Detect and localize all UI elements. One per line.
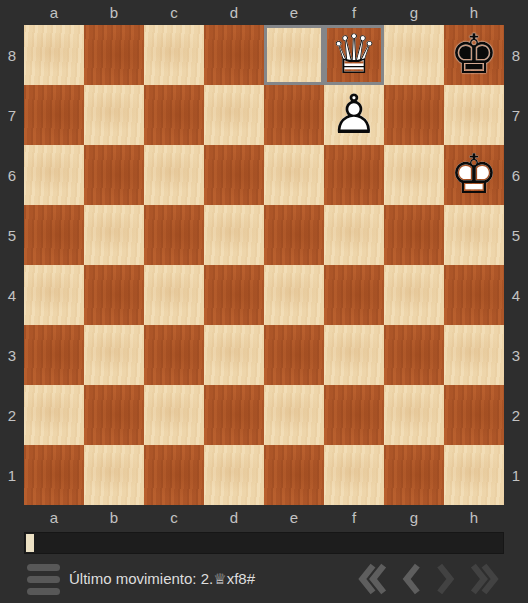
double-chevron-left-icon xyxy=(355,563,391,595)
rank-label-7: 7 xyxy=(504,85,528,145)
square-e2[interactable] xyxy=(264,385,324,445)
rank-label-3: 3 xyxy=(0,325,24,385)
corner-top-left xyxy=(0,0,24,25)
square-g4[interactable] xyxy=(384,265,444,325)
square-g6[interactable] xyxy=(384,145,444,205)
square-f4[interactable] xyxy=(324,265,384,325)
square-d4[interactable] xyxy=(204,265,264,325)
square-a8[interactable] xyxy=(24,25,84,85)
square-e5[interactable] xyxy=(264,205,324,265)
square-a5[interactable] xyxy=(24,205,84,265)
square-g1[interactable] xyxy=(384,445,444,505)
black-king[interactable]: ♚ xyxy=(444,25,504,85)
square-f3[interactable] xyxy=(324,325,384,385)
square-d1[interactable] xyxy=(204,445,264,505)
file-label-g: g xyxy=(384,505,444,530)
rank-label-5: 5 xyxy=(504,205,528,265)
white-pawn[interactable]: ♟♙ xyxy=(324,85,384,145)
square-f1[interactable] xyxy=(324,445,384,505)
file-label-c: c xyxy=(144,0,204,25)
chevron-right-icon xyxy=(433,563,457,595)
corner-bottom-right xyxy=(504,505,528,530)
nav-previous-button[interactable] xyxy=(400,562,424,596)
file-label-e: e xyxy=(264,0,324,25)
rank-label-1: 1 xyxy=(0,445,24,505)
corner-top-right xyxy=(504,0,528,25)
file-label-c: c xyxy=(144,505,204,530)
file-label-b: b xyxy=(84,505,144,530)
square-a1[interactable] xyxy=(24,445,84,505)
rank-labels-right: 87654321 xyxy=(504,25,528,505)
scrub-marker xyxy=(26,534,34,552)
square-d7[interactable] xyxy=(204,85,264,145)
square-e4[interactable] xyxy=(264,265,324,325)
rank-label-2: 2 xyxy=(0,385,24,445)
file-label-h: h xyxy=(444,505,504,530)
square-h8[interactable]: ♚ xyxy=(444,25,504,85)
nav-next-button[interactable] xyxy=(433,562,457,596)
square-c7[interactable] xyxy=(144,85,204,145)
square-c8[interactable] xyxy=(144,25,204,85)
square-b5[interactable] xyxy=(84,205,144,265)
square-c3[interactable] xyxy=(144,325,204,385)
square-c5[interactable] xyxy=(144,205,204,265)
white-king[interactable]: ♚♔ xyxy=(444,145,504,205)
square-b4[interactable] xyxy=(84,265,144,325)
square-g3[interactable] xyxy=(384,325,444,385)
square-b1[interactable] xyxy=(84,445,144,505)
square-c4[interactable] xyxy=(144,265,204,325)
hamburger-icon xyxy=(27,564,60,571)
square-b3[interactable] xyxy=(84,325,144,385)
square-f5[interactable] xyxy=(324,205,384,265)
square-g2[interactable] xyxy=(384,385,444,445)
square-h2[interactable] xyxy=(444,385,504,445)
square-d5[interactable] xyxy=(204,205,264,265)
rank-label-6: 6 xyxy=(0,145,24,205)
square-f8[interactable]: ♛♕ xyxy=(324,25,384,85)
rank-label-3: 3 xyxy=(504,325,528,385)
square-h6[interactable]: ♚♔ xyxy=(444,145,504,205)
square-g5[interactable] xyxy=(384,205,444,265)
black-king-icon: ♚ xyxy=(444,25,504,85)
white-pawn-icon: ♙ xyxy=(324,85,384,145)
chess-board: ♛♕♚♟♙♚♔ xyxy=(24,25,504,505)
square-a6[interactable] xyxy=(24,145,84,205)
square-a4[interactable] xyxy=(24,265,84,325)
square-h7[interactable] xyxy=(444,85,504,145)
hamburger-icon xyxy=(27,576,60,583)
rank-label-7: 7 xyxy=(0,85,24,145)
square-b7[interactable] xyxy=(84,85,144,145)
square-a3[interactable] xyxy=(24,325,84,385)
nav-buttons xyxy=(355,562,502,596)
rank-label-2: 2 xyxy=(504,385,528,445)
square-f2[interactable] xyxy=(324,385,384,445)
file-label-a: a xyxy=(24,505,84,530)
white-queen-icon: ♕ xyxy=(324,25,384,85)
rank-label-5: 5 xyxy=(0,205,24,265)
square-b2[interactable] xyxy=(84,385,144,445)
file-labels-bottom: abcdefgh xyxy=(24,505,504,530)
square-g8[interactable] xyxy=(384,25,444,85)
file-label-f: f xyxy=(324,0,384,25)
square-e7[interactable] xyxy=(264,85,324,145)
square-b6[interactable] xyxy=(84,145,144,205)
rank-label-4: 4 xyxy=(504,265,528,325)
chevron-left-icon xyxy=(400,563,424,595)
square-d3[interactable] xyxy=(204,325,264,385)
square-d2[interactable] xyxy=(204,385,264,445)
square-h1[interactable] xyxy=(444,445,504,505)
file-label-e: e xyxy=(264,505,324,530)
square-b8[interactable] xyxy=(84,25,144,85)
square-e6[interactable] xyxy=(264,145,324,205)
rank-label-4: 4 xyxy=(0,265,24,325)
menu-button[interactable] xyxy=(27,562,61,596)
file-label-b: b xyxy=(84,0,144,25)
file-labels-top: abcdefgh xyxy=(24,0,504,25)
file-label-f: f xyxy=(324,505,384,530)
rank-label-8: 8 xyxy=(504,25,528,85)
last-move-label: Último movimiento: 2.♕xf8# xyxy=(69,570,255,588)
rank-label-1: 1 xyxy=(504,445,528,505)
square-d6[interactable] xyxy=(204,145,264,205)
square-c6[interactable] xyxy=(144,145,204,205)
rank-labels-left: 87654321 xyxy=(0,25,24,505)
square-f7[interactable]: ♟♙ xyxy=(324,85,384,145)
square-a2[interactable] xyxy=(24,385,84,445)
square-h5[interactable] xyxy=(444,205,504,265)
file-label-d: d xyxy=(204,505,264,530)
white-king-icon: ♔ xyxy=(444,145,504,205)
file-label-h: h xyxy=(444,0,504,25)
square-e1[interactable] xyxy=(264,445,324,505)
square-a7[interactable] xyxy=(24,85,84,145)
square-h3[interactable] xyxy=(444,325,504,385)
square-g7[interactable] xyxy=(384,85,444,145)
square-f6[interactable] xyxy=(324,145,384,205)
bottom-controls: Último movimiento: 2.♕xf8# xyxy=(0,554,528,603)
white-queen[interactable]: ♛♕ xyxy=(324,25,384,85)
square-e3[interactable] xyxy=(264,325,324,385)
square-h4[interactable] xyxy=(444,265,504,325)
corner-bottom-left xyxy=(0,505,24,530)
double-chevron-right-icon xyxy=(466,563,502,595)
file-label-d: d xyxy=(204,0,264,25)
square-d8[interactable] xyxy=(204,25,264,85)
hamburger-icon xyxy=(27,588,60,595)
nav-first-button[interactable] xyxy=(355,562,391,596)
square-e8[interactable] xyxy=(264,25,324,85)
chess-board-block: abcdefgh 87654321 ♛♕♚♟♙♚♔ 87654321 abcde… xyxy=(0,0,528,530)
move-scrub-bar[interactable] xyxy=(24,532,504,554)
square-c1[interactable] xyxy=(144,445,204,505)
file-label-g: g xyxy=(384,0,444,25)
file-label-a: a xyxy=(24,0,84,25)
rank-label-8: 8 xyxy=(0,25,24,85)
nav-last-button[interactable] xyxy=(466,562,502,596)
square-c2[interactable] xyxy=(144,385,204,445)
rank-label-6: 6 xyxy=(504,145,528,205)
